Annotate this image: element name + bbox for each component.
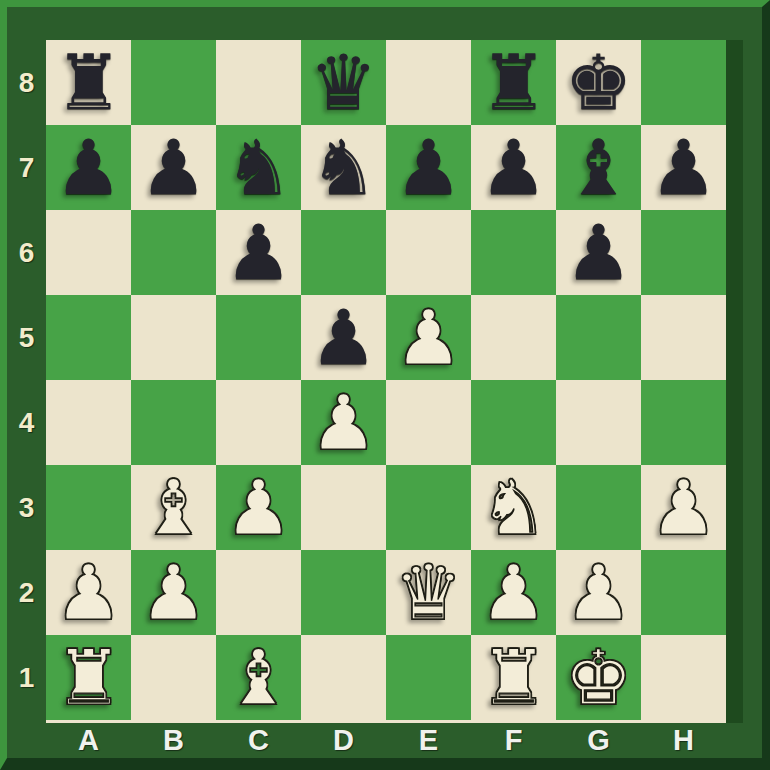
square-f6[interactable] <box>471 210 556 295</box>
square-e4[interactable] <box>386 380 471 465</box>
square-a8[interactable]: ♜ <box>46 40 131 125</box>
square-g6[interactable]: ♟ <box>556 210 641 295</box>
square-h3[interactable]: ♟ <box>641 465 726 550</box>
square-d8[interactable]: ♛ <box>301 40 386 125</box>
square-f4[interactable] <box>471 380 556 465</box>
square-c4[interactable] <box>216 380 301 465</box>
piece-black-knight-d7[interactable]: ♞ <box>309 130 377 206</box>
square-a4[interactable] <box>46 380 131 465</box>
square-d4[interactable]: ♟ <box>301 380 386 465</box>
piece-white-pawn-d4[interactable]: ♟ <box>309 385 377 461</box>
square-b7[interactable]: ♟ <box>131 125 216 210</box>
piece-black-knight-c7[interactable]: ♞ <box>224 130 292 206</box>
square-h5[interactable] <box>641 295 726 380</box>
square-d1[interactable] <box>301 635 386 720</box>
square-c1[interactable]: ♝ <box>216 635 301 720</box>
square-c5[interactable] <box>216 295 301 380</box>
piece-white-knight-f3[interactable]: ♞ <box>479 470 547 546</box>
square-c7[interactable]: ♞ <box>216 125 301 210</box>
rank-label-6: 6 <box>7 210 46 295</box>
square-h6[interactable] <box>641 210 726 295</box>
square-c6[interactable]: ♟ <box>216 210 301 295</box>
square-d6[interactable] <box>301 210 386 295</box>
piece-black-king-g8[interactable]: ♚ <box>564 45 632 121</box>
rank-labels: 87654321 <box>7 40 46 720</box>
square-a5[interactable] <box>46 295 131 380</box>
square-f8[interactable]: ♜ <box>471 40 556 125</box>
square-g2[interactable]: ♟ <box>556 550 641 635</box>
piece-black-pawn-e7[interactable]: ♟ <box>394 130 462 206</box>
square-b3[interactable]: ♝ <box>131 465 216 550</box>
square-c3[interactable]: ♟ <box>216 465 301 550</box>
piece-white-rook-f1[interactable]: ♜ <box>479 640 547 716</box>
rank-label-2: 2 <box>7 550 46 635</box>
square-d7[interactable]: ♞ <box>301 125 386 210</box>
square-f7[interactable]: ♟ <box>471 125 556 210</box>
square-e1[interactable] <box>386 635 471 720</box>
piece-white-pawn-g2[interactable]: ♟ <box>564 555 632 631</box>
square-e3[interactable] <box>386 465 471 550</box>
square-h4[interactable] <box>641 380 726 465</box>
rank-label-4: 4 <box>7 380 46 465</box>
square-g5[interactable] <box>556 295 641 380</box>
piece-white-pawn-f2[interactable]: ♟ <box>479 555 547 631</box>
file-label-h: H <box>641 723 726 757</box>
square-a2[interactable]: ♟ <box>46 550 131 635</box>
piece-black-pawn-c6[interactable]: ♟ <box>224 215 292 291</box>
file-label-g: G <box>556 723 641 757</box>
rank-label-5: 5 <box>7 295 46 380</box>
square-g1[interactable]: ♚ <box>556 635 641 720</box>
square-f3[interactable]: ♞ <box>471 465 556 550</box>
square-g7[interactable]: ♝ <box>556 125 641 210</box>
piece-white-bishop-c1[interactable]: ♝ <box>224 640 292 716</box>
file-label-d: D <box>301 723 386 757</box>
square-a6[interactable] <box>46 210 131 295</box>
square-b2[interactable]: ♟ <box>131 550 216 635</box>
square-g4[interactable] <box>556 380 641 465</box>
square-f5[interactable] <box>471 295 556 380</box>
piece-white-queen-e2[interactable]: ♛ <box>394 555 462 631</box>
square-f2[interactable]: ♟ <box>471 550 556 635</box>
chess-board: ♜♛♜♚♟♟♞♞♟♟♝♟♟♟♟♟♟♝♟♞♟♟♟♛♟♟♜♝♜♚ <box>46 40 726 723</box>
rank-label-8: 8 <box>7 40 46 125</box>
square-d5[interactable]: ♟ <box>301 295 386 380</box>
square-g3[interactable] <box>556 465 641 550</box>
square-h7[interactable]: ♟ <box>641 125 726 210</box>
square-f1[interactable]: ♜ <box>471 635 556 720</box>
piece-black-pawn-h7[interactable]: ♟ <box>649 130 717 206</box>
piece-black-queen-d8[interactable]: ♛ <box>309 45 377 121</box>
file-label-f: F <box>471 723 556 757</box>
rank-label-1: 1 <box>7 635 46 720</box>
square-b1[interactable] <box>131 635 216 720</box>
file-label-a: A <box>46 723 131 757</box>
file-labels: ABCDEFGH <box>46 723 726 757</box>
square-b8[interactable] <box>131 40 216 125</box>
piece-white-bishop-b3[interactable]: ♝ <box>139 470 207 546</box>
square-c8[interactable] <box>216 40 301 125</box>
square-b5[interactable] <box>131 295 216 380</box>
square-g8[interactable]: ♚ <box>556 40 641 125</box>
piece-white-king-g1[interactable]: ♚ <box>564 640 632 716</box>
piece-black-rook-a8[interactable]: ♜ <box>54 45 122 121</box>
piece-white-pawn-h3[interactable]: ♟ <box>649 470 717 546</box>
file-label-b: B <box>131 723 216 757</box>
square-d3[interactable] <box>301 465 386 550</box>
square-c2[interactable] <box>216 550 301 635</box>
piece-black-pawn-a7[interactable]: ♟ <box>54 130 122 206</box>
square-e5[interactable]: ♟ <box>386 295 471 380</box>
square-e6[interactable] <box>386 210 471 295</box>
square-h2[interactable] <box>641 550 726 635</box>
piece-white-pawn-e5[interactable]: ♟ <box>394 300 462 376</box>
piece-white-pawn-b2[interactable]: ♟ <box>139 555 207 631</box>
square-h8[interactable] <box>641 40 726 125</box>
rank-label-3: 3 <box>7 465 46 550</box>
piece-white-rook-a1[interactable]: ♜ <box>54 640 122 716</box>
square-e8[interactable] <box>386 40 471 125</box>
frame-inner-shadow <box>726 40 743 723</box>
piece-black-rook-f8[interactable]: ♜ <box>479 45 547 121</box>
square-b4[interactable] <box>131 380 216 465</box>
piece-black-bishop-g7[interactable]: ♝ <box>564 130 632 206</box>
square-e7[interactable]: ♟ <box>386 125 471 210</box>
chess-board-widget: ♜♛♜♚♟♟♞♞♟♟♝♟♟♟♟♟♟♝♟♞♟♟♟♛♟♟♜♝♜♚ 87654321 … <box>0 0 770 770</box>
square-e2[interactable]: ♛ <box>386 550 471 635</box>
piece-black-pawn-d5[interactable]: ♟ <box>309 300 377 376</box>
piece-black-pawn-b7[interactable]: ♟ <box>139 130 207 206</box>
file-label-e: E <box>386 723 471 757</box>
square-a7[interactable]: ♟ <box>46 125 131 210</box>
square-d2[interactable] <box>301 550 386 635</box>
piece-black-pawn-g6[interactable]: ♟ <box>564 215 632 291</box>
piece-white-pawn-c3[interactable]: ♟ <box>224 470 292 546</box>
square-b6[interactable] <box>131 210 216 295</box>
file-label-c: C <box>216 723 301 757</box>
square-a3[interactable] <box>46 465 131 550</box>
piece-black-pawn-f7[interactable]: ♟ <box>479 130 547 206</box>
square-a1[interactable]: ♜ <box>46 635 131 720</box>
piece-white-pawn-a2[interactable]: ♟ <box>54 555 122 631</box>
square-h1[interactable] <box>641 635 726 720</box>
rank-label-7: 7 <box>7 125 46 210</box>
